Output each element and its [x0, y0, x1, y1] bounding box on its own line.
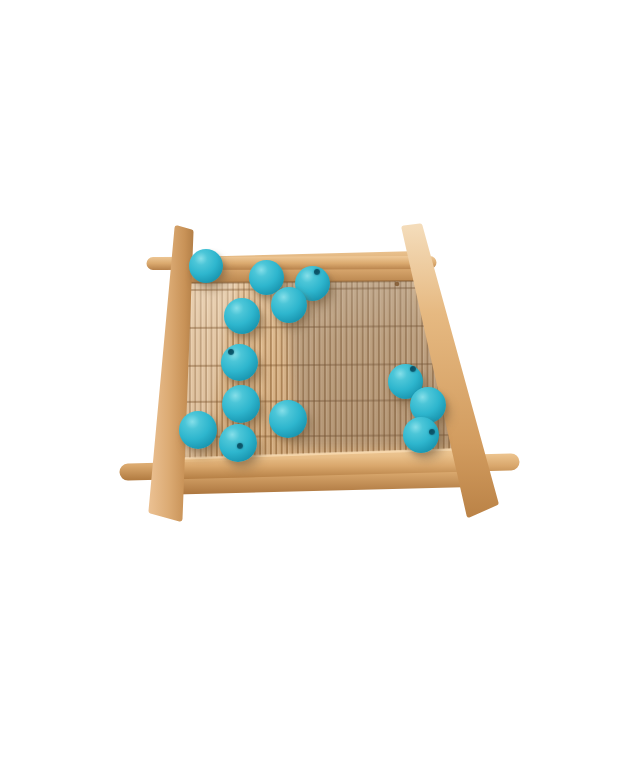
cell[interactable] [368, 396, 401, 427]
cell[interactable] [269, 365, 302, 396]
cell[interactable] [302, 334, 335, 365]
cell[interactable] [170, 365, 203, 396]
cell[interactable] [434, 427, 467, 458]
cell[interactable] [335, 272, 368, 303]
bead[interactable] [224, 298, 260, 334]
cell[interactable] [368, 303, 401, 334]
bead[interactable] [189, 249, 223, 283]
cell[interactable] [335, 396, 368, 427]
cell[interactable] [170, 303, 203, 334]
bead[interactable] [221, 344, 258, 381]
cell[interactable] [434, 272, 467, 303]
bead-hole [410, 366, 416, 372]
bead-hole [429, 429, 435, 435]
cell[interactable] [368, 272, 401, 303]
cell[interactable] [170, 334, 203, 365]
cell[interactable] [368, 334, 401, 365]
bead-hole [237, 443, 243, 449]
bead-hole [228, 349, 234, 355]
cell[interactable] [335, 303, 368, 334]
cell[interactable] [335, 334, 368, 365]
bead-hole [314, 269, 320, 275]
cell[interactable] [335, 427, 368, 458]
cell[interactable] [401, 272, 434, 303]
cell[interactable] [302, 396, 335, 427]
bottom-dowel [128, 462, 511, 472]
bead[interactable] [179, 411, 217, 449]
bead[interactable] [269, 400, 307, 438]
cell[interactable] [302, 365, 335, 396]
cell[interactable] [269, 334, 302, 365]
cell[interactable] [302, 303, 335, 334]
cell[interactable] [434, 334, 467, 365]
cell[interactable] [434, 303, 467, 334]
bead[interactable] [403, 417, 439, 453]
cell[interactable] [401, 334, 434, 365]
bead[interactable] [219, 424, 257, 462]
bead[interactable] [222, 385, 260, 423]
cell[interactable] [335, 365, 368, 396]
cell[interactable] [401, 303, 434, 334]
photo-canvas [0, 0, 623, 758]
cell[interactable] [302, 427, 335, 458]
cell[interactable] [368, 427, 401, 458]
bead[interactable] [271, 287, 307, 323]
